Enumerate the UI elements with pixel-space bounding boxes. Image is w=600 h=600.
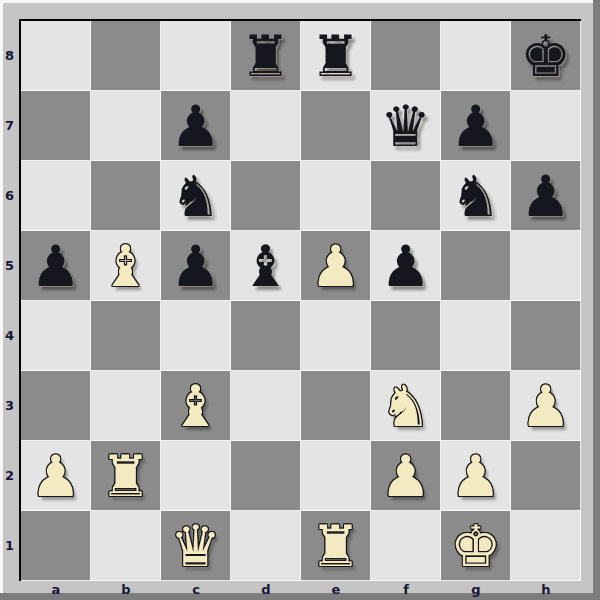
piece-black-pawn-h6[interactable]: ♟ bbox=[520, 161, 571, 231]
file-label-b: b bbox=[91, 581, 161, 598]
square-g6[interactable]: ♞ bbox=[441, 161, 511, 231]
square-g5[interactable] bbox=[441, 231, 511, 301]
square-d4[interactable] bbox=[231, 301, 301, 371]
square-b1[interactable] bbox=[91, 511, 161, 581]
square-b3[interactable] bbox=[91, 371, 161, 441]
file-label-g: g bbox=[441, 581, 511, 598]
square-c5[interactable]: ♟ bbox=[161, 231, 231, 301]
square-g7[interactable]: ♟ bbox=[441, 91, 511, 161]
square-g8[interactable] bbox=[441, 21, 511, 91]
square-d3[interactable] bbox=[231, 371, 301, 441]
file-label-a: a bbox=[21, 581, 91, 598]
square-e3[interactable] bbox=[301, 371, 371, 441]
piece-black-rook-d8[interactable]: ♜ bbox=[240, 21, 291, 91]
square-f4[interactable] bbox=[371, 301, 441, 371]
square-h6[interactable]: ♟ bbox=[511, 161, 581, 231]
piece-white-rook-e1[interactable]: ♜ bbox=[310, 511, 361, 581]
rank-label-8: 8 bbox=[0, 48, 19, 64]
square-e8[interactable]: ♜ bbox=[301, 21, 371, 91]
square-h1[interactable] bbox=[511, 511, 581, 581]
square-b4[interactable] bbox=[91, 301, 161, 371]
square-f1[interactable] bbox=[371, 511, 441, 581]
rank-label-5: 5 bbox=[0, 258, 19, 274]
square-a2[interactable]: ♟ bbox=[21, 441, 91, 511]
piece-white-bishop-c3[interactable]: ♝ bbox=[170, 371, 221, 441]
piece-black-king-h8[interactable]: ♚ bbox=[520, 21, 571, 91]
square-a7[interactable] bbox=[21, 91, 91, 161]
square-a4[interactable] bbox=[21, 301, 91, 371]
piece-black-queen-f7[interactable]: ♛ bbox=[380, 91, 431, 161]
square-b8[interactable] bbox=[91, 21, 161, 91]
rank-label-2: 2 bbox=[0, 468, 19, 484]
square-c8[interactable] bbox=[161, 21, 231, 91]
square-e2[interactable] bbox=[301, 441, 371, 511]
file-label-d: d bbox=[231, 581, 301, 598]
square-a6[interactable] bbox=[21, 161, 91, 231]
piece-white-pawn-h3[interactable]: ♟ bbox=[520, 371, 571, 441]
piece-white-king-g1[interactable]: ♚ bbox=[450, 511, 501, 581]
piece-black-pawn-f5[interactable]: ♟ bbox=[380, 231, 431, 301]
chess-diagram-frame: ♜♜♚♟♛♟♞♞♟♟♝♟♝♟♟♝♞♟♟♜♟♟♛♜♚ 87654321 abcde… bbox=[0, 0, 600, 600]
square-d5[interactable]: ♝ bbox=[231, 231, 301, 301]
square-a3[interactable] bbox=[21, 371, 91, 441]
square-d2[interactable] bbox=[231, 441, 301, 511]
piece-white-pawn-g2[interactable]: ♟ bbox=[450, 441, 501, 511]
piece-black-pawn-c7[interactable]: ♟ bbox=[170, 91, 221, 161]
piece-black-pawn-a5[interactable]: ♟ bbox=[30, 231, 81, 301]
square-f7[interactable]: ♛ bbox=[371, 91, 441, 161]
square-b2[interactable]: ♜ bbox=[91, 441, 161, 511]
square-e7[interactable] bbox=[301, 91, 371, 161]
file-label-e: e bbox=[301, 581, 371, 598]
square-c3[interactable]: ♝ bbox=[161, 371, 231, 441]
square-c7[interactable]: ♟ bbox=[161, 91, 231, 161]
square-g1[interactable]: ♚ bbox=[441, 511, 511, 581]
rank-label-6: 6 bbox=[0, 188, 19, 204]
square-a5[interactable]: ♟ bbox=[21, 231, 91, 301]
piece-white-pawn-e5[interactable]: ♟ bbox=[310, 231, 361, 301]
rank-label-4: 4 bbox=[0, 328, 19, 344]
piece-black-pawn-g7[interactable]: ♟ bbox=[450, 91, 501, 161]
piece-white-pawn-a2[interactable]: ♟ bbox=[30, 441, 81, 511]
square-f6[interactable] bbox=[371, 161, 441, 231]
square-g2[interactable]: ♟ bbox=[441, 441, 511, 511]
square-d1[interactable] bbox=[231, 511, 301, 581]
rank-label-3: 3 bbox=[0, 398, 19, 414]
square-g3[interactable] bbox=[441, 371, 511, 441]
square-b7[interactable] bbox=[91, 91, 161, 161]
square-e4[interactable] bbox=[301, 301, 371, 371]
square-b5[interactable]: ♝ bbox=[91, 231, 161, 301]
square-h4[interactable] bbox=[511, 301, 581, 371]
square-c2[interactable] bbox=[161, 441, 231, 511]
square-f2[interactable]: ♟ bbox=[371, 441, 441, 511]
square-h8[interactable]: ♚ bbox=[511, 21, 581, 91]
piece-white-pawn-f2[interactable]: ♟ bbox=[380, 441, 431, 511]
square-d6[interactable] bbox=[231, 161, 301, 231]
square-e1[interactable]: ♜ bbox=[301, 511, 371, 581]
square-e6[interactable] bbox=[301, 161, 371, 231]
piece-black-knight-c6[interactable]: ♞ bbox=[170, 161, 221, 231]
piece-black-knight-g6[interactable]: ♞ bbox=[450, 161, 501, 231]
piece-white-knight-f3[interactable]: ♞ bbox=[380, 371, 431, 441]
rank-label-7: 7 bbox=[0, 118, 19, 134]
file-label-h: h bbox=[511, 581, 581, 598]
square-c1[interactable]: ♛ bbox=[161, 511, 231, 581]
square-d7[interactable] bbox=[231, 91, 301, 161]
square-e5[interactable]: ♟ bbox=[301, 231, 371, 301]
square-c6[interactable]: ♞ bbox=[161, 161, 231, 231]
square-b6[interactable] bbox=[91, 161, 161, 231]
piece-white-queen-c1[interactable]: ♛ bbox=[170, 511, 221, 581]
piece-white-rook-b2[interactable]: ♜ bbox=[100, 441, 151, 511]
piece-white-bishop-b5[interactable]: ♝ bbox=[100, 231, 151, 301]
file-label-f: f bbox=[371, 581, 441, 598]
square-h5[interactable] bbox=[511, 231, 581, 301]
piece-black-pawn-c5[interactable]: ♟ bbox=[170, 231, 221, 301]
square-h2[interactable] bbox=[511, 441, 581, 511]
file-label-c: c bbox=[161, 581, 231, 598]
square-h3[interactable]: ♟ bbox=[511, 371, 581, 441]
square-d8[interactable]: ♜ bbox=[231, 21, 301, 91]
square-c4[interactable] bbox=[161, 301, 231, 371]
square-h7[interactable] bbox=[511, 91, 581, 161]
chess-board: ♜♜♚♟♛♟♞♞♟♟♝♟♝♟♟♝♞♟♟♜♟♟♛♜♚ bbox=[19, 19, 581, 581]
rank-label-1: 1 bbox=[0, 538, 19, 554]
piece-black-bishop-d5[interactable]: ♝ bbox=[240, 231, 291, 301]
square-g4[interactable] bbox=[441, 301, 511, 371]
square-f5[interactable]: ♟ bbox=[371, 231, 441, 301]
square-f3[interactable]: ♞ bbox=[371, 371, 441, 441]
square-f8[interactable] bbox=[371, 21, 441, 91]
piece-black-rook-e8[interactable]: ♜ bbox=[310, 21, 361, 91]
square-a8[interactable] bbox=[21, 21, 91, 91]
square-a1[interactable] bbox=[21, 511, 91, 581]
